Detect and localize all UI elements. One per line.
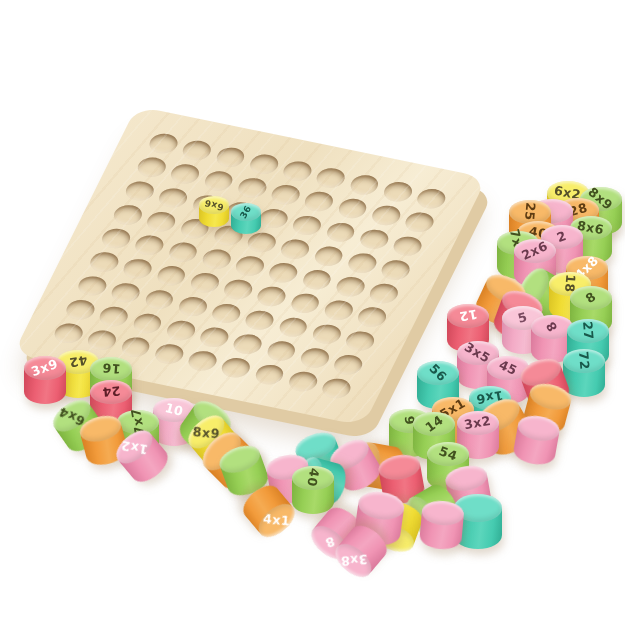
board-hole[interactable]	[87, 250, 122, 274]
board-hole[interactable]	[218, 356, 253, 380]
board-hole[interactable]	[230, 332, 265, 356]
board-hole[interactable]	[331, 353, 366, 377]
board-hole[interactable]	[154, 264, 189, 288]
board-hole[interactable]	[175, 295, 210, 319]
board-hole[interactable]	[414, 187, 449, 211]
board-hole[interactable]	[301, 190, 336, 214]
multiplication-board-scene: 6x28x96x62836258x64027x42x64x81881258273…	[0, 0, 625, 625]
board-hole[interactable]	[319, 376, 354, 400]
board-hole[interactable]	[285, 369, 320, 393]
board-hole[interactable]	[356, 227, 391, 251]
board-hole[interactable]	[323, 220, 358, 244]
board-hole[interactable]	[51, 321, 86, 345]
board-hole[interactable]	[130, 311, 165, 335]
board-hole[interactable]	[299, 268, 334, 292]
board-hole[interactable]	[287, 292, 322, 316]
peg-label: 54	[437, 444, 460, 464]
board-hole[interactable]	[197, 325, 232, 349]
peg-label: 2	[555, 228, 569, 245]
board-hole[interactable]	[213, 146, 248, 170]
peg-label: 42	[68, 353, 89, 371]
peg-label: 16	[101, 361, 121, 378]
board-hole[interactable]	[110, 203, 145, 227]
board-hole[interactable]	[163, 318, 198, 342]
board-hole[interactable]	[85, 328, 120, 352]
peg-label: 56	[426, 361, 450, 385]
board-hole[interactable]	[264, 339, 299, 363]
peg-label: 3x9	[30, 356, 61, 379]
board-hole[interactable]	[252, 363, 287, 387]
peg-label: 8	[543, 319, 561, 335]
board-hole[interactable]	[345, 251, 380, 275]
board-hole[interactable]	[165, 240, 200, 264]
board-hole[interactable]	[321, 298, 356, 322]
board-hole[interactable]	[122, 179, 157, 203]
board-hole[interactable]	[378, 258, 413, 282]
board-hole[interactable]	[368, 204, 403, 228]
board-hole[interactable]	[278, 237, 313, 261]
board-hole[interactable]	[75, 274, 110, 298]
board-hole[interactable]	[311, 244, 346, 268]
peg-label: 6x6	[203, 198, 225, 213]
peg-label: 4x1	[262, 511, 290, 528]
board-hole[interactable]	[234, 176, 269, 200]
peg-label: 24	[101, 384, 121, 401]
board-hole[interactable]	[246, 152, 281, 176]
board-hole[interactable]	[313, 166, 348, 190]
board-hole[interactable]	[168, 162, 203, 186]
board-hole[interactable]	[118, 335, 153, 359]
board-hole[interactable]	[134, 155, 169, 179]
peg-3x9[interactable]: 3x9	[24, 356, 66, 416]
board-hole[interactable]	[151, 342, 186, 366]
board-hole[interactable]	[289, 214, 324, 238]
peg-label: 40	[304, 468, 322, 489]
peg-label: 3x8	[339, 551, 367, 568]
board-hole[interactable]	[142, 288, 177, 312]
board-hole[interactable]	[99, 227, 134, 251]
board-hole[interactable]	[156, 186, 191, 210]
board-hole[interactable]	[276, 315, 311, 339]
peg-label: 14	[422, 413, 446, 436]
board-hole[interactable]	[242, 308, 277, 332]
board-hole[interactable]	[268, 183, 303, 207]
board-hole[interactable]	[354, 305, 389, 329]
peg-unlabeled[interactable]	[418, 499, 465, 563]
board-hole[interactable]	[347, 173, 382, 197]
board-hole[interactable]	[280, 159, 315, 183]
peg-label: 1x2	[120, 437, 149, 456]
board-hole[interactable]	[266, 261, 301, 285]
board-hole[interactable]	[402, 210, 437, 234]
peg-label: 5	[517, 310, 530, 327]
board-hole[interactable]	[232, 254, 267, 278]
board-hole[interactable]	[380, 180, 415, 204]
board-hole[interactable]	[199, 247, 234, 271]
board-hole[interactable]	[179, 139, 214, 163]
board-hole[interactable]	[187, 271, 222, 295]
board-hole[interactable]	[108, 281, 143, 305]
peg-label: 72	[576, 351, 593, 371]
peg-36[interactable]: 36	[231, 203, 261, 242]
board-hole[interactable]	[185, 349, 220, 373]
peg-label: 3x2	[463, 413, 492, 432]
board-hole[interactable]	[209, 301, 244, 325]
peg-label: 25	[522, 202, 539, 222]
board-hole[interactable]	[342, 329, 377, 353]
peg-unlabeled[interactable]	[510, 413, 562, 480]
peg-label: 36	[238, 204, 253, 221]
board-hole[interactable]	[333, 275, 368, 299]
board-hole[interactable]	[120, 257, 155, 281]
board-hole[interactable]	[390, 234, 425, 258]
board-hole[interactable]	[63, 298, 98, 322]
peg-label: 8	[323, 533, 337, 550]
board-hole[interactable]	[256, 207, 291, 231]
board-hole[interactable]	[96, 305, 131, 329]
board-hole[interactable]	[146, 132, 181, 156]
board-hole[interactable]	[366, 282, 401, 306]
peg-label: 12	[458, 307, 479, 325]
peg-6x6[interactable]: 6x6	[199, 196, 229, 235]
board-hole[interactable]	[309, 322, 344, 346]
peg-label: 2x6	[520, 238, 551, 263]
peg-label: 27	[580, 321, 597, 341]
peg-label: 8	[583, 289, 599, 307]
board-hole[interactable]	[254, 285, 289, 309]
board-hole[interactable]	[335, 197, 370, 221]
board-hole[interactable]	[132, 233, 167, 257]
board-hole[interactable]	[297, 346, 332, 370]
board-hole[interactable]	[220, 278, 255, 302]
board-hole[interactable]	[201, 169, 236, 193]
board-hole[interactable]	[144, 210, 179, 234]
peg-label: 10	[163, 400, 185, 419]
